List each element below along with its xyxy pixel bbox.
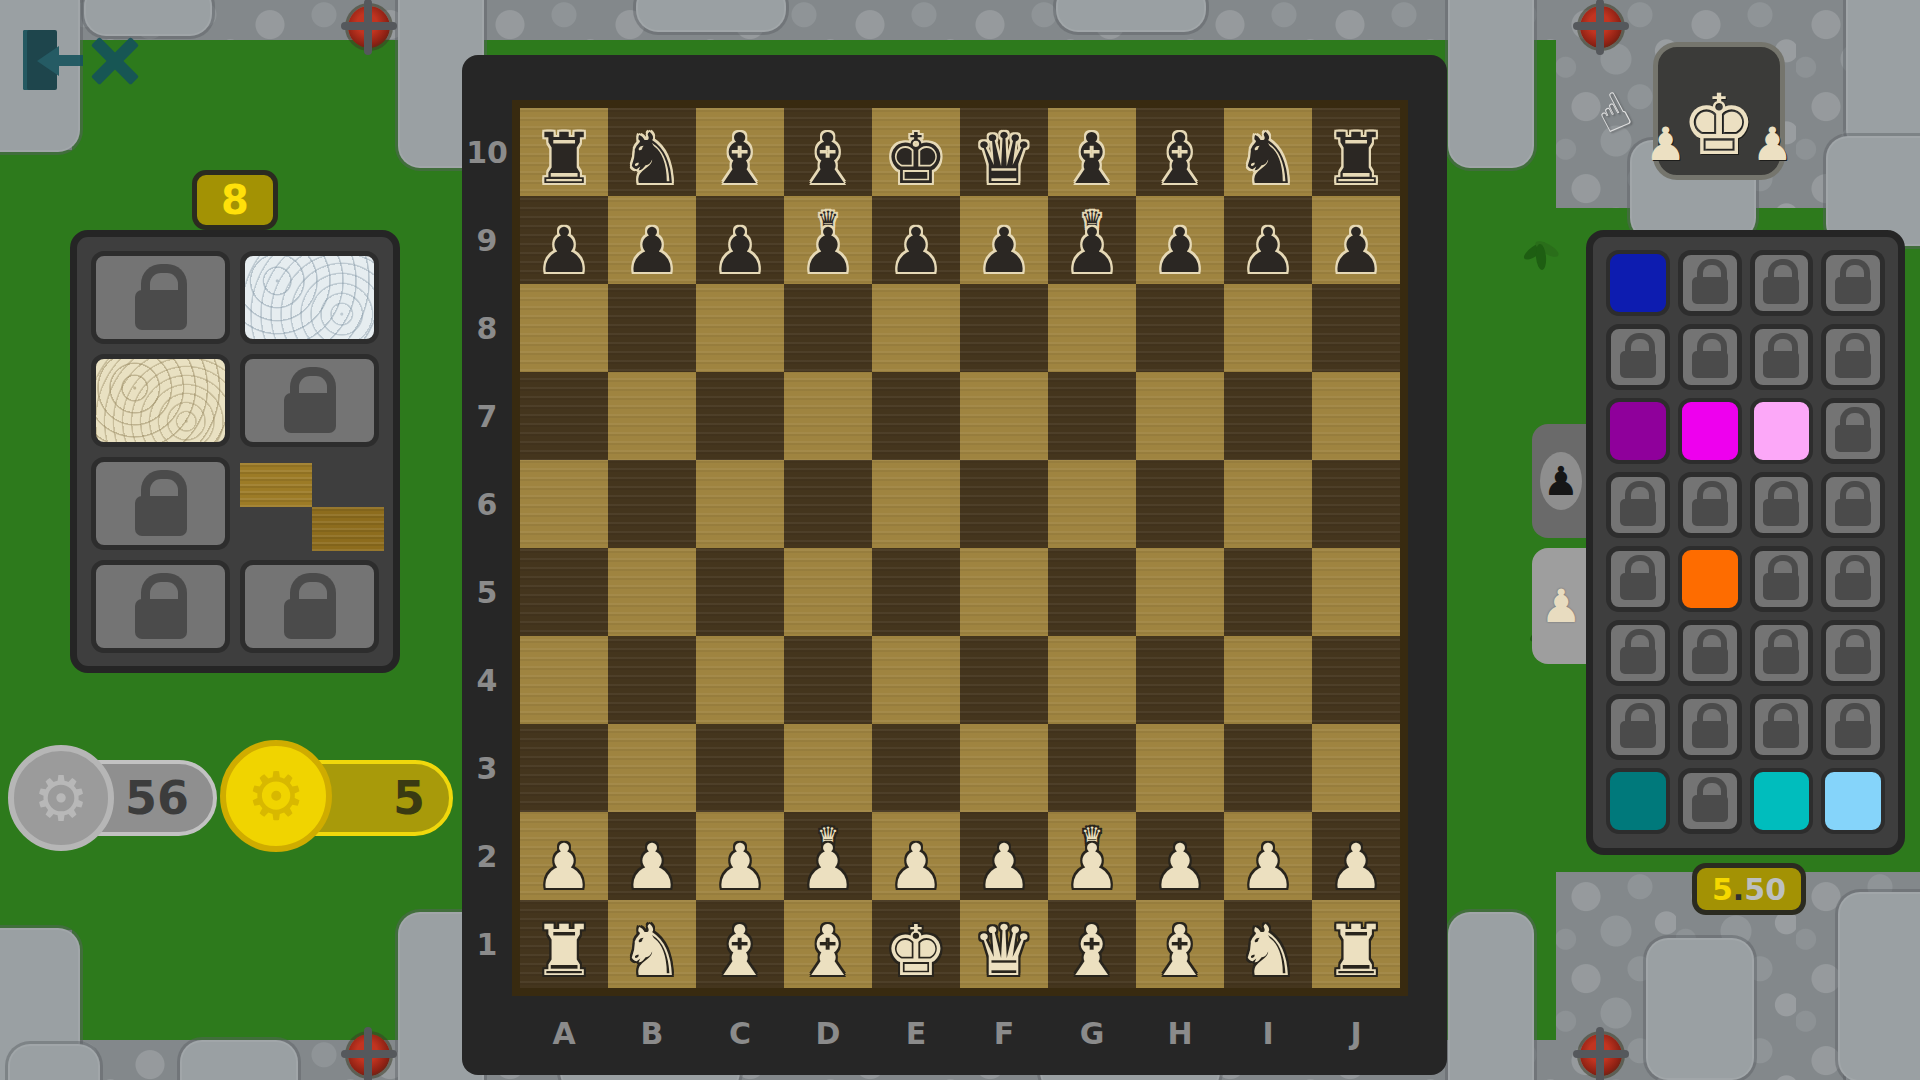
color-locked-21[interactable] [1678, 620, 1742, 686]
piece-black-pawn-b9[interactable]: ♟ [608, 196, 696, 284]
piece-white-crowned-pawn-g2[interactable]: ♛♟ [1048, 812, 1136, 900]
rook-glyph: ♜ [533, 916, 596, 986]
price-gold: 5 [1712, 872, 1733, 907]
color-locked-5[interactable] [1678, 324, 1742, 390]
piece-white-pawn-i2[interactable]: ♟ [1224, 812, 1312, 900]
pawn-glyph: ♟ [888, 836, 944, 898]
color-locked-3[interactable] [1821, 250, 1885, 316]
berry-bush [1580, 1034, 1622, 1076]
file-label-e: E [872, 996, 960, 1070]
file-label-c: C [696, 996, 784, 1070]
stone-slab [636, 0, 786, 32]
lock-icon [1692, 795, 1728, 822]
pawn-glyph: ♟ [1240, 836, 1296, 898]
color-locked-4[interactable] [1606, 324, 1670, 390]
exit-button[interactable] [23, 30, 145, 106]
knight-glyph: ♞ [1237, 916, 1300, 986]
color-swatch-#ee00ee[interactable] [1678, 398, 1742, 464]
berry-bush [1580, 6, 1622, 48]
lock-icon [1620, 499, 1656, 526]
board-shop-price-badge: 8 [192, 170, 278, 230]
lock-icon [1835, 647, 1871, 674]
rank-label-9: 9 [462, 196, 512, 284]
lock-icon [1763, 277, 1799, 304]
board-theme-locked-7[interactable] [240, 560, 379, 653]
rank-label-10: 10 [462, 108, 512, 196]
piece-white-bishop-c1[interactable]: ♝ [696, 900, 784, 988]
piece-black-mage-g10[interactable]: ♝ [1048, 108, 1136, 196]
color-locked-6[interactable] [1750, 324, 1814, 390]
knight-glyph: ♞ [621, 916, 684, 986]
color-swatch-#fca8f8[interactable] [1750, 398, 1814, 464]
board-theme-locked-0[interactable] [91, 251, 230, 344]
color-locked-7[interactable] [1821, 324, 1885, 390]
file-label-b: B [608, 996, 696, 1070]
piece-white-pawn-a2[interactable]: ♟ [520, 812, 608, 900]
lock-icon [1835, 721, 1871, 748]
mage-glyph: ♝ [1061, 124, 1124, 194]
rook-glyph: ♜ [1325, 916, 1388, 986]
piece-white-rook-a1[interactable]: ♜ [520, 900, 608, 988]
board-theme-locked-4[interactable] [91, 457, 230, 550]
piece-black-pawn-j9[interactable]: ♟ [1312, 196, 1400, 284]
bishop-glyph: ♝ [709, 124, 772, 194]
bishop-glyph: ♝ [709, 916, 772, 986]
coin-ornament: ⚙ [246, 758, 305, 835]
color-locked-29[interactable] [1678, 768, 1742, 834]
pawn-glyph: ♟ [536, 836, 592, 898]
rook-glyph: ♜ [1325, 124, 1388, 194]
bishop-glyph: ♝ [1149, 124, 1212, 194]
color-swatch-#00bdbd[interactable] [1750, 768, 1814, 834]
pawn-glyph: ♟ [976, 220, 1032, 282]
lock-icon [284, 599, 336, 639]
piece-black-pawn-e9[interactable]: ♟ [872, 196, 960, 284]
file-label-f: F [960, 996, 1048, 1070]
color-shop-price-badge: 5 . 50 [1692, 863, 1806, 915]
lock-icon [135, 496, 187, 536]
pawn-glyph: ♟ [976, 836, 1032, 898]
pawn-glyph: ♟ [1152, 220, 1208, 282]
rank-label-1: 1 [462, 900, 512, 988]
piece-black-crowned-pawn-d9[interactable]: ♛♟ [784, 196, 872, 284]
coin-ornament: ⚙ [33, 762, 89, 835]
piece-white-pawn-j2[interactable]: ♟ [1312, 812, 1400, 900]
piece-black-rook-j10[interactable]: ♜ [1312, 108, 1400, 196]
piece-black-pawn-h9[interactable]: ♟ [1136, 196, 1224, 284]
color-locked-25[interactable] [1678, 694, 1742, 760]
lock-icon [1692, 499, 1728, 526]
piece-white-mage-g1[interactable]: ♝ [1048, 900, 1136, 988]
berry-bush [348, 1034, 390, 1076]
rank-label-8: 8 [462, 284, 512, 372]
file-label-i: I [1224, 996, 1312, 1070]
lock-icon [1620, 721, 1656, 748]
rook-glyph: ♜ [533, 124, 596, 194]
piece-black-bishop-c10[interactable]: ♝ [696, 108, 784, 196]
pawn-glyph: ♟ [1152, 836, 1208, 898]
file-label-g: G [1048, 996, 1136, 1070]
piece-black-king-e10[interactable]: ♚ [872, 108, 960, 196]
piece-black-pawn-i9[interactable]: ♟ [1224, 196, 1312, 284]
silver-count: 56 [125, 771, 189, 825]
rank-label-4: 4 [462, 636, 512, 724]
piece-white-pawn-h2[interactable]: ♟ [1136, 812, 1224, 900]
piece-black-pawn-f9[interactable]: ♟ [960, 196, 1048, 284]
stone-slab [1448, 0, 1534, 168]
color-locked-26[interactable] [1750, 694, 1814, 760]
exit-arrow-icon [37, 46, 59, 76]
piece-white-crowned-pawn-d2[interactable]: ♛♟ [784, 812, 872, 900]
price-silver: 50 [1744, 872, 1786, 907]
king-glyph: ♚ [885, 124, 948, 194]
color-swatch-#fe6c00[interactable] [1678, 546, 1742, 612]
rank-labels: 10987654321 [462, 108, 512, 988]
file-label-a: A [520, 996, 608, 1070]
exit-arrow-shaft [59, 55, 83, 66]
piece-black-bishop-h10[interactable]: ♝ [1136, 108, 1224, 196]
rank-label-5: 5 [462, 548, 512, 636]
lock-icon [1763, 721, 1799, 748]
piece-white-pawn-c2[interactable]: ♟ [696, 812, 784, 900]
rank-label-7: 7 [462, 372, 512, 460]
color-swatch-#0d1cb0[interactable] [1606, 250, 1670, 316]
piece-white-knight-i1[interactable]: ♞ [1224, 900, 1312, 988]
queen-glyph: ♛ [973, 124, 1036, 194]
piece-white-bishop-h1[interactable]: ♝ [1136, 900, 1224, 988]
rank-label-6: 6 [462, 460, 512, 548]
tab-white-pieces[interactable]: ♟ [1532, 548, 1590, 664]
lock-icon [284, 393, 336, 433]
color-locked-2[interactable] [1750, 250, 1814, 316]
rank-label-2: 2 [462, 812, 512, 900]
color-locked-22[interactable] [1750, 620, 1814, 686]
king-icon: ♚ [1681, 83, 1756, 167]
file-label-h: H [1136, 996, 1224, 1070]
board-theme-wood-current[interactable] [240, 457, 379, 550]
piece-black-mage-d10[interactable]: ♝ [784, 108, 872, 196]
piece-white-pawn-e2[interactable]: ♟ [872, 812, 960, 900]
color-locked-12[interactable] [1606, 472, 1670, 538]
file-label-j: J [1312, 996, 1400, 1070]
color-locked-16[interactable] [1606, 546, 1670, 612]
piece-white-rook-j1[interactable]: ♜ [1312, 900, 1400, 988]
bishop-glyph: ♝ [1149, 916, 1212, 986]
stone-slab [1838, 892, 1920, 1080]
crowned-pawn-glyph: ♟ [1064, 220, 1120, 282]
piece-black-queen-f10[interactable]: ♛ [960, 108, 1048, 196]
plant-sprig [1522, 238, 1562, 272]
lock-icon [135, 290, 187, 330]
pawn-glyph: ♟ [1328, 220, 1384, 282]
tab-black-pieces[interactable]: ♟ [1532, 424, 1590, 538]
piece-black-pawn-c9[interactable]: ♟ [696, 196, 784, 284]
mage-glyph: ♝ [1061, 916, 1124, 986]
lock-icon [1620, 647, 1656, 674]
file-labels: ABCDEFGHIJ [520, 996, 1400, 1070]
lock-icon [1763, 573, 1799, 600]
queen-glyph: ♛ [973, 916, 1036, 986]
gold-count: 5 [393, 771, 425, 825]
lock-icon [1763, 351, 1799, 378]
lock-icon [1692, 721, 1728, 748]
piece-white-queen-f1[interactable]: ♛ [960, 900, 1048, 988]
stone-slab [1056, 0, 1206, 32]
piece-white-king-e1[interactable]: ♚ [872, 900, 960, 988]
color-locked-15[interactable] [1821, 472, 1885, 538]
stone-slab [180, 1040, 298, 1080]
board-shop-price: 8 [221, 177, 249, 223]
color-swatch-#00797b[interactable] [1606, 768, 1670, 834]
board-theme-marble-cream[interactable] [91, 354, 230, 447]
gold-coin-icon: ⚙ [220, 740, 332, 852]
pawn-icon: ♟ [1645, 121, 1686, 167]
file-label-d: D [784, 996, 872, 1070]
piece-white-pawn-f2[interactable]: ♟ [960, 812, 1048, 900]
color-locked-23[interactable] [1821, 620, 1885, 686]
color-swatch-#8f009b[interactable] [1606, 398, 1670, 464]
board-theme-shop-panel [70, 230, 400, 673]
berry-bush [348, 6, 390, 48]
rank-label-3: 3 [462, 724, 512, 812]
crowned-pawn-glyph: ♟ [800, 220, 856, 282]
color-locked-18[interactable] [1750, 546, 1814, 612]
pawn-glyph: ♟ [536, 220, 592, 282]
color-swatch-#85d4fa[interactable] [1821, 768, 1885, 834]
piece-black-knight-i10[interactable]: ♞ [1224, 108, 1312, 196]
piece-white-mage-d1[interactable]: ♝ [784, 900, 872, 988]
silver-coin-icon: ⚙ [8, 745, 114, 851]
pieces-layer: ♜♞♝♝♚♛♝♝♞♜♟♟♟♛♟♟♟♛♟♟♟♟♟♟♟♛♟♟♟♛♟♟♟♟♜♞♝♝♚♛… [520, 108, 1400, 988]
pawn-glyph: ♟ [1240, 220, 1296, 282]
stone-slab [1646, 938, 1754, 1080]
pawn-glyph: ♟ [712, 836, 768, 898]
piece-theme-button[interactable]: ♟ ♚ ♟ [1653, 42, 1785, 180]
color-locked-13[interactable] [1678, 472, 1742, 538]
piece-black-knight-b10[interactable]: ♞ [608, 108, 696, 196]
lock-icon [1835, 351, 1871, 378]
pawn-glyph: ♟ [712, 220, 768, 282]
pawn-glyph: ♟ [624, 220, 680, 282]
king-glyph: ♚ [885, 916, 948, 986]
board-theme-locked-6[interactable] [91, 560, 230, 653]
crowned-pawn-glyph: ♟ [800, 836, 856, 898]
game-stage: 10987654321 ABCDEFGHIJ ♜♞♝♝♚♛♝♝♞♜♟♟♟♛♟♟♟… [0, 0, 1920, 1080]
lock-icon [1692, 351, 1728, 378]
lock-icon [1692, 277, 1728, 304]
stone-slab [1846, 0, 1920, 152]
knight-glyph: ♞ [621, 124, 684, 194]
white-pawn-icon: ♟ [1540, 583, 1581, 629]
board-theme-locked-3[interactable] [240, 354, 379, 447]
lock-icon [1835, 573, 1871, 600]
pawn-icon: ♟ [1752, 121, 1793, 167]
color-locked-27[interactable] [1821, 694, 1885, 760]
pawn-glyph: ♟ [1328, 836, 1384, 898]
black-pawn-icon: ♟ [1543, 461, 1579, 501]
lock-icon [1835, 425, 1871, 452]
stone-slab [8, 1044, 100, 1080]
piece-white-pawn-b2[interactable]: ♟ [608, 812, 696, 900]
color-locked-19[interactable] [1821, 546, 1885, 612]
color-locked-1[interactable] [1678, 250, 1742, 316]
pawn-glyph: ♟ [624, 836, 680, 898]
piece-black-rook-a10[interactable]: ♜ [520, 108, 608, 196]
crowned-pawn-glyph: ♟ [1064, 836, 1120, 898]
piece-white-knight-b1[interactable]: ♞ [608, 900, 696, 988]
color-locked-14[interactable] [1750, 472, 1814, 538]
piece-black-pawn-a9[interactable]: ♟ [520, 196, 608, 284]
color-locked-24[interactable] [1606, 694, 1670, 760]
board-theme-marble-blue[interactable] [240, 251, 379, 344]
lock-icon [1692, 647, 1728, 674]
knight-glyph: ♞ [1237, 124, 1300, 194]
pawn-glyph: ♟ [888, 220, 944, 282]
piece-color-shop-panel [1586, 230, 1905, 855]
lock-icon [1620, 351, 1656, 378]
piece-black-crowned-pawn-g9[interactable]: ♛♟ [1048, 196, 1136, 284]
color-locked-20[interactable] [1606, 620, 1670, 686]
lock-icon [1763, 647, 1799, 674]
mage-glyph: ♝ [797, 916, 860, 986]
lock-icon [1835, 277, 1871, 304]
price-separator: . [1733, 872, 1744, 907]
stone-slab [1448, 912, 1534, 1080]
color-locked-11[interactable] [1821, 398, 1885, 464]
lock-icon [135, 599, 187, 639]
lock-icon [1763, 499, 1799, 526]
mage-glyph: ♝ [797, 124, 860, 194]
lock-icon [1835, 499, 1871, 526]
lock-icon [1620, 573, 1656, 600]
black-pawn-badge: ♟ [1540, 452, 1582, 510]
